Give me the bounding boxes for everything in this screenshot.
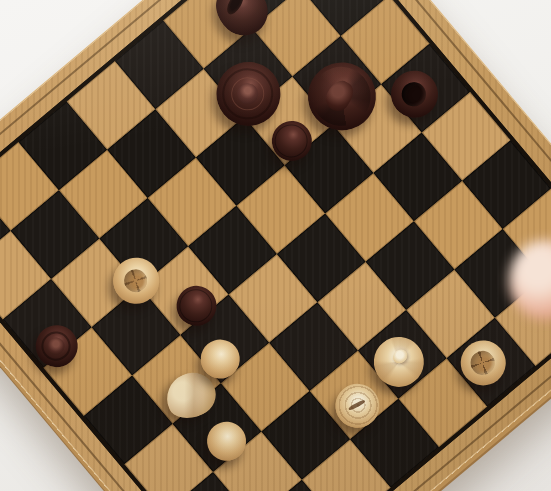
dark-pawn-ring [267,117,314,164]
light-pawn-b3[interactable]: ♙ [198,414,253,469]
dark-pawn-f6[interactable]: ♟ [263,113,319,169]
dark-bishop-a6[interactable]: ♝ [26,317,85,376]
light-rook-hollow [119,264,153,298]
dark-knight-notch [223,0,246,17]
light-rook-f1[interactable]: ♖ [451,331,514,394]
dark-pawn-ring [172,282,219,329]
light-king-knob [389,346,409,366]
light-rook-c6[interactable]: ♖ [103,248,168,313]
light-rook-hollow [466,346,499,379]
pieces-layer: ♞♛♝♖♟♚♟♜♘♙♙♗♔♖ [0,0,551,491]
light-bishop-d2[interactable]: ♗ [326,375,388,437]
chess-board: ♞♛♝♖♟♚♟♜♘♙♙♗♔♖ [0,0,551,491]
dark-rook-hollow [397,77,431,111]
dark-knight-g8[interactable]: ♞ [205,0,277,45]
dark-pawn-c5[interactable]: ♟ [168,278,224,334]
dark-rook-h5[interactable]: ♜ [381,61,447,127]
photo-canvas: ♞♛♝♖♟♚♟♜♘♙♙♗♔♖ [0,0,551,491]
light-king-e2[interactable]: ♔ [363,327,433,397]
light-bishop-slit [348,399,365,411]
